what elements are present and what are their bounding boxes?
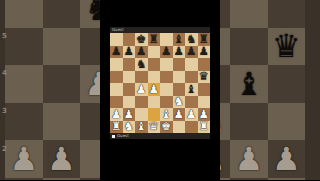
square-e4[interactable]: [160, 83, 173, 96]
square-e7[interactable]: ♟: [160, 46, 173, 59]
square-f3[interactable]: ♞: [173, 96, 186, 109]
square-a3: [5, 103, 43, 141]
square-h3[interactable]: [198, 96, 211, 109]
square-a6: [5, 0, 43, 28]
black-bishop: ♝: [234, 68, 263, 100]
square-e1[interactable]: ♚: [160, 121, 173, 134]
square-f5[interactable]: [173, 71, 186, 84]
black-rook: ♜: [199, 34, 209, 46]
square-h1[interactable]: ♜: [198, 121, 211, 134]
black-knight: ♞: [186, 34, 196, 46]
white-rook: ♜: [111, 121, 121, 133]
square-h3: [268, 103, 306, 141]
bottom-player-bar: Guest: [110, 133, 210, 139]
square-g5: [230, 28, 268, 66]
black-pawn: ♟: [136, 46, 146, 58]
black-pawn: ♟: [199, 46, 209, 58]
white-pawn: ♟: [186, 109, 196, 121]
square-h2: ♟: [268, 140, 306, 178]
white-pawn: ♟: [124, 109, 134, 121]
black-rook: ♜: [149, 34, 159, 46]
white-pawn: ♟: [234, 143, 263, 175]
square-e8[interactable]: [160, 33, 173, 46]
square-a1: ♜: [5, 178, 43, 181]
rank-label: 4: [2, 70, 7, 77]
square-h5: ♛: [268, 28, 306, 66]
white-color-indicator: [112, 135, 115, 138]
square-d8[interactable]: ♜: [148, 33, 161, 46]
square-b5[interactable]: [123, 71, 136, 84]
square-h6: [268, 0, 306, 28]
black-bishop: ♝: [174, 34, 184, 46]
square-a2[interactable]: ♟: [110, 108, 123, 121]
black-pawn: ♟: [186, 46, 196, 58]
square-b2: ♟: [43, 140, 81, 178]
square-b8[interactable]: [123, 33, 136, 46]
square-a8[interactable]: [110, 33, 123, 46]
square-b6[interactable]: [123, 58, 136, 71]
square-g1[interactable]: [185, 121, 198, 134]
square-g4[interactable]: ♝: [185, 83, 198, 96]
square-b3: [43, 103, 81, 141]
square-a5[interactable]: [110, 71, 123, 84]
square-c8[interactable]: ♚: [135, 33, 148, 46]
square-c7[interactable]: ♟: [135, 46, 148, 59]
square-a2: ♟: [5, 140, 43, 178]
white-bishop: ♝: [161, 109, 171, 121]
square-f6[interactable]: [173, 58, 186, 71]
square-b4: [43, 65, 81, 103]
square-f8[interactable]: ♝: [173, 33, 186, 46]
white-king: ♚: [161, 121, 171, 133]
square-h6[interactable]: [198, 58, 211, 71]
square-c3[interactable]: [135, 96, 148, 109]
square-g7[interactable]: ♟: [185, 46, 198, 59]
chess-board[interactable]: ♚♜♝♞♜♟♟♟♟♟♟♟♞♛♟♟♝♞♟♟♝♟♟♟♜♞♝♛♚♜: [110, 33, 210, 133]
rank-label: 2: [2, 146, 7, 153]
square-a1[interactable]: ♜: [110, 121, 123, 134]
square-g2: ♟: [230, 140, 268, 178]
square-a7[interactable]: ♟: [110, 46, 123, 59]
white-pawn: ♟: [199, 109, 209, 121]
video-frame: ♚♜♝♞♜♟♟♟♟♟♟♟♞♛♟♟♝♞♟♟♝♟♟♟♜♞♝♛♚♜ 5 4 3 2 G…: [0, 0, 320, 180]
square-b7[interactable]: ♟: [123, 46, 136, 59]
square-a3[interactable]: [110, 96, 123, 109]
square-e2[interactable]: ♝: [160, 108, 173, 121]
square-b6: [43, 0, 81, 28]
square-e3[interactable]: [160, 96, 173, 109]
square-b1: ♞: [43, 178, 81, 181]
square-a4: [5, 65, 43, 103]
square-h2[interactable]: ♟: [198, 108, 211, 121]
square-f2[interactable]: ♟: [173, 108, 186, 121]
black-pawn: ♟: [161, 46, 171, 58]
square-d5[interactable]: [148, 71, 161, 84]
square-b3[interactable]: [123, 96, 136, 109]
white-knight: ♞: [174, 96, 184, 108]
rank-label: 5: [2, 33, 7, 40]
white-pawn: ♟: [111, 109, 121, 121]
black-pawn: ♟: [174, 46, 184, 58]
white-pawn: ♟: [136, 84, 146, 96]
white-pawn: ♟: [9, 143, 38, 175]
white-bishop: ♝: [136, 121, 146, 133]
square-d1[interactable]: ♛: [148, 121, 161, 134]
square-g3: [230, 103, 268, 141]
square-d3[interactable]: [148, 96, 161, 109]
white-pawn: ♟: [174, 109, 184, 121]
black-queen: ♛: [199, 71, 209, 83]
white-pawn: ♟: [149, 84, 159, 96]
square-c5[interactable]: [135, 71, 148, 84]
square-g4: ♝: [230, 65, 268, 103]
white-pawn: ♟: [47, 143, 76, 175]
square-b5: [43, 28, 81, 66]
square-d2[interactable]: [148, 108, 161, 121]
square-d7[interactable]: [148, 46, 161, 59]
square-g3[interactable]: [185, 96, 198, 109]
square-g2[interactable]: ♟: [185, 108, 198, 121]
white-rook: ♜: [199, 121, 209, 133]
white-pawn: ♟: [272, 143, 301, 175]
square-h7[interactable]: ♟: [198, 46, 211, 59]
black-pawn: ♟: [124, 46, 134, 58]
square-h8[interactable]: ♜: [198, 33, 211, 46]
black-bishop: ♝: [186, 84, 196, 96]
square-f7[interactable]: ♟: [173, 46, 186, 59]
square-e5[interactable]: [160, 71, 173, 84]
black-king: ♚: [136, 34, 146, 46]
square-g6: [230, 0, 268, 28]
bottom-player-name: Guest: [117, 133, 129, 139]
square-d4[interactable]: ♟: [148, 83, 161, 96]
square-h4[interactable]: [198, 83, 211, 96]
black-queen: ♛: [272, 30, 301, 62]
square-c2[interactable]: [135, 108, 148, 121]
square-g1: [230, 178, 268, 181]
square-c4[interactable]: ♟: [135, 83, 148, 96]
square-f1[interactable]: [173, 121, 186, 134]
square-h4: [268, 65, 306, 103]
black-knight: ♞: [136, 59, 146, 71]
square-c1[interactable]: ♝: [135, 121, 148, 134]
rank-label: 3: [2, 108, 7, 115]
square-f4[interactable]: [173, 83, 186, 96]
black-pawn: ♟: [111, 46, 121, 58]
square-b2[interactable]: ♟: [123, 108, 136, 121]
square-d6[interactable]: [148, 58, 161, 71]
square-h5[interactable]: ♛: [198, 71, 211, 84]
square-a4[interactable]: [110, 83, 123, 96]
square-c6[interactable]: ♞: [135, 58, 148, 71]
square-g6[interactable]: [185, 58, 198, 71]
square-b1[interactable]: ♞: [123, 121, 136, 134]
square-h1: ♜: [268, 178, 306, 181]
square-a5: [5, 28, 43, 66]
white-queen: ♛: [149, 121, 159, 133]
square-g5[interactable]: [185, 71, 198, 84]
square-b4[interactable]: [123, 83, 136, 96]
square-g8[interactable]: ♞: [185, 33, 198, 46]
square-e6[interactable]: [160, 58, 173, 71]
square-a6[interactable]: [110, 58, 123, 71]
white-knight: ♞: [124, 121, 134, 133]
